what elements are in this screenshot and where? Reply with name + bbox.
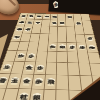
piece-kanji: 歩 <box>50 45 56 48</box>
board-cell <box>68 63 80 76</box>
shogi-board: 香桂金銀飛桂歩玉金角銀香歩歩歩歩歩銀歩歩歩歩歩歩金歩香玉金歩飛桂銀 <box>0 13 100 100</box>
piece-kanji: 銀 <box>32 95 40 100</box>
board-cell <box>46 52 57 63</box>
piece-kanji: 銀 <box>60 22 65 24</box>
board-cell <box>48 34 58 43</box>
piece-kanji: 歩 <box>35 79 43 84</box>
board-cell <box>90 64 100 77</box>
board-cell <box>57 34 66 43</box>
piece-kanji: 飛 <box>47 80 54 85</box>
piece-kanji: 金 <box>25 66 32 70</box>
piece-kanji: 桂 <box>67 16 72 18</box>
photo-frame: 歩 香桂金銀飛桂歩玉金角銀香歩歩歩歩歩銀歩歩歩歩歩歩金歩香玉金歩飛桂銀 <box>0 0 100 100</box>
board-cell <box>57 52 68 63</box>
board-cell <box>67 52 78 63</box>
piece-kanji: 香 <box>76 22 81 24</box>
board-cell <box>56 75 69 90</box>
piece-kanji: 歩 <box>37 66 44 70</box>
piece-kanji: 桂 <box>19 94 28 100</box>
board-cell <box>45 62 57 75</box>
shogi-board-grid <box>0 13 100 100</box>
board-cell <box>39 34 49 43</box>
piece-kanji: 歩 <box>87 37 93 40</box>
board-cell <box>37 42 48 52</box>
piece-kanji: 銀 <box>59 45 65 48</box>
piece-kanji: 歩 <box>28 54 35 58</box>
board-cell <box>56 90 70 100</box>
piece-kanji: 玉 <box>10 79 18 84</box>
board-cell <box>57 63 69 76</box>
board-cell <box>35 51 47 62</box>
board-cell <box>88 53 100 64</box>
piece-kanji: 金 <box>22 79 30 84</box>
piece-kanji: 歩 <box>17 54 24 58</box>
piece-kanji: 歩 <box>79 46 85 49</box>
board-cell <box>42 90 56 100</box>
piece-kanji: 歩 <box>69 45 75 48</box>
board-scene: 香桂金銀飛桂歩玉金角銀香歩歩歩歩歩銀歩歩歩歩歩歩金歩香玉金歩飛桂銀 <box>0 0 100 100</box>
